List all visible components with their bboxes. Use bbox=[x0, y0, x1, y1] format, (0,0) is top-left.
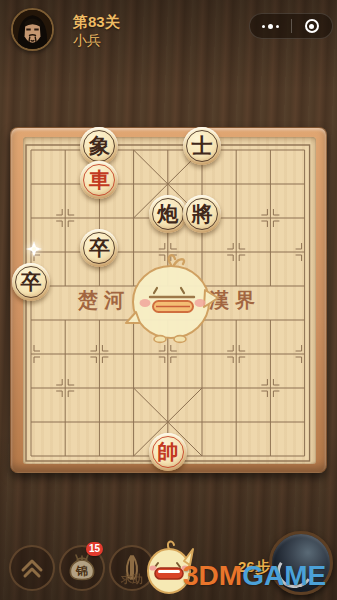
miniprogram-capsule bbox=[249, 13, 333, 39]
piece-glyph: 將 bbox=[192, 204, 213, 225]
expand-button[interactable] bbox=[9, 545, 55, 591]
piece-glyph: 士 bbox=[192, 136, 213, 157]
chevron-up-icon bbox=[19, 556, 45, 580]
piece-glyph: 炮 bbox=[157, 204, 178, 225]
piece-glyph: 卒 bbox=[21, 272, 42, 293]
board-grid[interactable]: 楚河 漢界 象士車炮將卒卒帥 bbox=[23, 137, 316, 464]
piece-glyph: 象 bbox=[89, 136, 110, 157]
piece-glyph: 卒 bbox=[89, 238, 110, 259]
app-screen: 第83关 小兵 楚河 漢界 bbox=[0, 0, 337, 600]
piece-glyph: 車 bbox=[89, 170, 110, 191]
player-rank: 小兵 bbox=[73, 32, 101, 50]
level-title: 第83关 bbox=[73, 13, 120, 32]
player-avatar[interactable] bbox=[11, 8, 54, 51]
exit-circle-button[interactable] bbox=[292, 14, 333, 38]
sparkle-hint-icon bbox=[26, 241, 42, 257]
svg-text:锦: 锦 bbox=[75, 564, 88, 578]
badge-count: 15 bbox=[86, 542, 103, 556]
piece-black-general[interactable]: 將 bbox=[183, 195, 221, 233]
board-frame: 楚河 漢界 象士車炮將卒卒帥 bbox=[10, 127, 327, 473]
piece-black-advisor[interactable]: 士 bbox=[183, 127, 221, 165]
ellipsis-icon bbox=[262, 24, 279, 29]
warrior-portrait-icon bbox=[13, 10, 52, 49]
watermark: 3DMGAME bbox=[183, 560, 326, 592]
piece-glyph: 帥 bbox=[157, 442, 178, 463]
money-bag-icon: 锦 bbox=[66, 551, 98, 585]
target-circle-icon bbox=[305, 19, 319, 33]
more-menu-button[interactable] bbox=[250, 14, 291, 38]
piece-red-general[interactable]: 帥 bbox=[149, 433, 187, 471]
watermark-3dm: 3DM bbox=[183, 560, 242, 591]
help-label: 求助 bbox=[109, 572, 155, 587]
piece-black-pawn-2[interactable]: 卒 bbox=[12, 263, 50, 301]
watermark-game: GAME bbox=[242, 560, 326, 591]
mascot-chick bbox=[121, 250, 221, 345]
piece-black-cannon[interactable]: 炮 bbox=[149, 195, 187, 233]
